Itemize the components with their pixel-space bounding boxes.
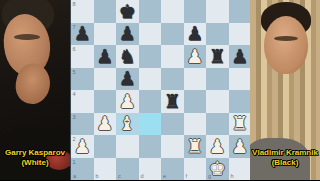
- square-c6[interactable]: ♞: [116, 45, 139, 68]
- square-d3[interactable]: [139, 113, 162, 136]
- square-e7[interactable]: [161, 23, 184, 46]
- white-rook[interactable]: ♜: [229, 113, 252, 136]
- square-a6[interactable]: 6: [71, 45, 94, 68]
- chess-board[interactable]: 8♚7♟♟♟6♟♞♟♜♟5♟4♟♜3♟♝♜2♟♜♟♟1abcdefg♚h: [70, 0, 250, 180]
- square-a1[interactable]: 1a: [71, 158, 94, 181]
- square-h1[interactable]: h: [229, 158, 252, 181]
- white-pawn[interactable]: ♟: [229, 135, 252, 158]
- video-frame: Garry Kasparov (White) 8♚7♟♟♟6♟♞♟♜♟5♟4♟♜…: [0, 0, 320, 180]
- white-king[interactable]: ♚: [206, 158, 229, 181]
- black-player-caption: Vladimir Kramnik (Black): [250, 148, 320, 168]
- square-f1[interactable]: f: [184, 158, 207, 181]
- square-f7[interactable]: ♟: [184, 23, 207, 46]
- square-e2[interactable]: [161, 135, 184, 158]
- square-g6[interactable]: ♜: [206, 45, 229, 68]
- white-bishop[interactable]: ♝: [116, 113, 139, 136]
- square-b1[interactable]: b: [94, 158, 117, 181]
- black-rook[interactable]: ♜: [161, 90, 184, 113]
- square-g8[interactable]: [206, 0, 229, 23]
- black-knight[interactable]: ♞: [116, 45, 139, 68]
- square-e1[interactable]: e: [161, 158, 184, 181]
- file-label-e: e: [163, 173, 166, 179]
- rank-label-5: 5: [73, 69, 76, 75]
- square-a5[interactable]: 5: [71, 68, 94, 91]
- kramnik-face: [264, 16, 308, 74]
- square-b2[interactable]: [94, 135, 117, 158]
- square-b4[interactable]: [94, 90, 117, 113]
- white-player-side-label: (White): [0, 158, 70, 168]
- square-g2[interactable]: ♟: [206, 135, 229, 158]
- white-pawn[interactable]: ♟: [94, 113, 117, 136]
- square-c8[interactable]: ♚: [116, 0, 139, 23]
- square-c1[interactable]: c: [116, 158, 139, 181]
- white-pawn[interactable]: ♟: [184, 45, 207, 68]
- square-d2[interactable]: [139, 135, 162, 158]
- black-king[interactable]: ♚: [116, 0, 139, 23]
- white-player-caption: Garry Kasparov (White): [0, 148, 70, 168]
- white-player-name: Garry Kasparov: [0, 148, 70, 158]
- square-f6[interactable]: ♟: [184, 45, 207, 68]
- square-g5[interactable]: [206, 68, 229, 91]
- square-d4[interactable]: [139, 90, 162, 113]
- white-pawn[interactable]: ♟: [116, 90, 139, 113]
- white-pawn[interactable]: ♟: [206, 135, 229, 158]
- black-pawn[interactable]: ♟: [71, 23, 94, 46]
- square-e5[interactable]: [161, 68, 184, 91]
- black-pawn[interactable]: ♟: [116, 68, 139, 91]
- square-h8[interactable]: [229, 0, 252, 23]
- square-g1[interactable]: g♚: [206, 158, 229, 181]
- square-g4[interactable]: [206, 90, 229, 113]
- rank-label-1: 1: [73, 159, 76, 165]
- square-h7[interactable]: [229, 23, 252, 46]
- square-a8[interactable]: 8: [71, 0, 94, 23]
- square-g3[interactable]: [206, 113, 229, 136]
- kasparov-brow: [14, 34, 40, 40]
- square-f8[interactable]: [184, 0, 207, 23]
- square-b3[interactable]: ♟: [94, 113, 117, 136]
- square-h3[interactable]: ♜: [229, 113, 252, 136]
- white-rook[interactable]: ♜: [184, 135, 207, 158]
- black-pawn[interactable]: ♟: [184, 23, 207, 46]
- square-b5[interactable]: [94, 68, 117, 91]
- file-label-b: b: [96, 173, 99, 179]
- square-f3[interactable]: [184, 113, 207, 136]
- black-player-photo: Vladimir Kramnik (Black): [250, 0, 320, 180]
- square-f4[interactable]: [184, 90, 207, 113]
- square-c5[interactable]: ♟: [116, 68, 139, 91]
- black-pawn[interactable]: ♟: [116, 23, 139, 46]
- square-c7[interactable]: ♟: [116, 23, 139, 46]
- square-g7[interactable]: [206, 23, 229, 46]
- square-c3[interactable]: ♝: [116, 113, 139, 136]
- square-h5[interactable]: [229, 68, 252, 91]
- square-c4[interactable]: ♟: [116, 90, 139, 113]
- square-d5[interactable]: [139, 68, 162, 91]
- square-f5[interactable]: [184, 68, 207, 91]
- black-player-side-label: (Black): [250, 158, 320, 168]
- rank-label-8: 8: [73, 1, 76, 7]
- file-label-f: f: [186, 173, 188, 179]
- square-a4[interactable]: 4: [71, 90, 94, 113]
- rank-label-4: 4: [73, 91, 76, 97]
- black-pawn[interactable]: ♟: [94, 45, 117, 68]
- square-d7[interactable]: [139, 23, 162, 46]
- square-f2[interactable]: ♜: [184, 135, 207, 158]
- square-b8[interactable]: [94, 0, 117, 23]
- square-e6[interactable]: [161, 45, 184, 68]
- square-e8[interactable]: [161, 0, 184, 23]
- square-e4[interactable]: ♜: [161, 90, 184, 113]
- black-player-name: Vladimir Kramnik: [250, 148, 320, 158]
- rank-label-3: 3: [73, 114, 76, 120]
- square-h6[interactable]: ♟: [229, 45, 252, 68]
- file-label-c: c: [118, 173, 121, 179]
- black-pawn[interactable]: ♟: [229, 45, 252, 68]
- file-label-h: h: [231, 173, 234, 179]
- rank-label-6: 6: [73, 46, 76, 52]
- white-player-photo: Garry Kasparov (White): [0, 0, 70, 180]
- file-label-a: a: [73, 173, 76, 179]
- square-a2[interactable]: 2♟: [71, 135, 94, 158]
- square-d6[interactable]: [139, 45, 162, 68]
- square-c2[interactable]: [116, 135, 139, 158]
- square-h4[interactable]: [229, 90, 252, 113]
- square-d1[interactable]: d: [139, 158, 162, 181]
- kramnik-brow: [274, 36, 298, 41]
- square-b7[interactable]: [94, 23, 117, 46]
- square-b6[interactable]: ♟: [94, 45, 117, 68]
- white-pawn[interactable]: ♟: [71, 135, 94, 158]
- square-d8[interactable]: [139, 0, 162, 23]
- square-a7[interactable]: 7♟: [71, 23, 94, 46]
- square-e3[interactable]: [161, 113, 184, 136]
- square-a3[interactable]: 3: [71, 113, 94, 136]
- black-rook[interactable]: ♜: [206, 45, 229, 68]
- square-h2[interactable]: ♟: [229, 135, 252, 158]
- file-label-d: d: [141, 173, 144, 179]
